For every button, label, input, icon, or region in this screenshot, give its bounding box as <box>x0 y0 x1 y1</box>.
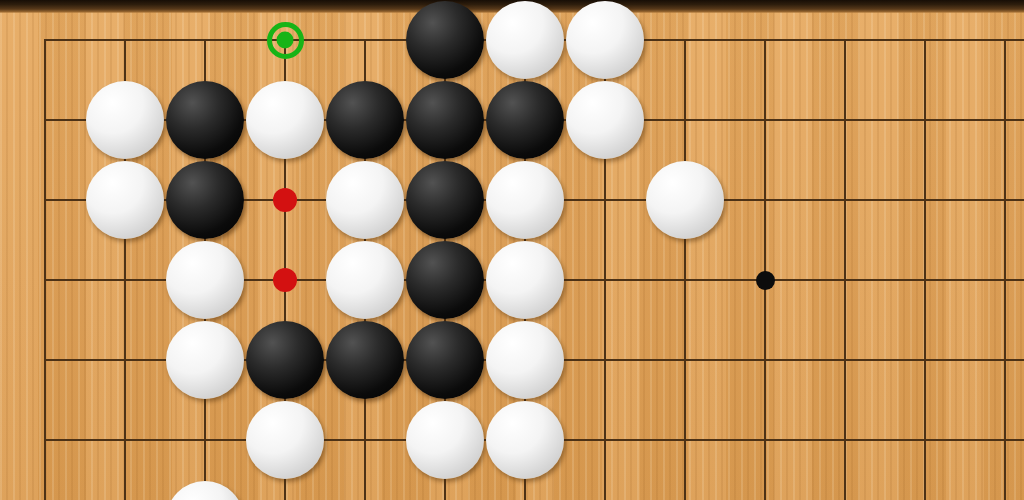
black-stone[interactable] <box>406 81 484 159</box>
white-stone[interactable] <box>246 81 324 159</box>
white-stone[interactable] <box>486 241 564 319</box>
white-stone[interactable] <box>486 1 564 79</box>
go-app-screenshot <box>0 0 1024 500</box>
black-stone[interactable] <box>246 321 324 399</box>
white-stone[interactable] <box>566 1 644 79</box>
grid-line-vertical <box>844 39 846 500</box>
green-circle-marker <box>267 22 304 59</box>
white-stone[interactable] <box>566 81 644 159</box>
white-stone[interactable] <box>86 81 164 159</box>
white-stone[interactable] <box>326 241 404 319</box>
grid-line-vertical <box>764 39 766 500</box>
red-dot-marker <box>273 268 297 292</box>
red-dot-marker <box>273 188 297 212</box>
white-stone[interactable] <box>166 481 244 500</box>
white-stone[interactable] <box>486 161 564 239</box>
grid-line-vertical <box>924 39 926 500</box>
white-stone[interactable] <box>486 321 564 399</box>
go-board[interactable] <box>0 0 1024 500</box>
black-stone[interactable] <box>326 321 404 399</box>
black-stone[interactable] <box>166 81 244 159</box>
grid-line-vertical <box>1004 39 1006 500</box>
white-stone[interactable] <box>646 161 724 239</box>
white-stone[interactable] <box>166 321 244 399</box>
black-stone[interactable] <box>406 1 484 79</box>
black-stone[interactable] <box>406 241 484 319</box>
black-stone[interactable] <box>326 81 404 159</box>
black-stone[interactable] <box>486 81 564 159</box>
star-point <box>756 271 775 290</box>
black-stone[interactable] <box>406 161 484 239</box>
white-stone[interactable] <box>86 161 164 239</box>
white-stone[interactable] <box>166 241 244 319</box>
white-stone[interactable] <box>486 401 564 479</box>
grid-line-vertical <box>684 39 686 500</box>
white-stone[interactable] <box>326 161 404 239</box>
black-stone[interactable] <box>406 321 484 399</box>
white-stone[interactable] <box>246 401 324 479</box>
grid-line-vertical <box>44 39 46 500</box>
white-stone[interactable] <box>406 401 484 479</box>
black-stone[interactable] <box>166 161 244 239</box>
